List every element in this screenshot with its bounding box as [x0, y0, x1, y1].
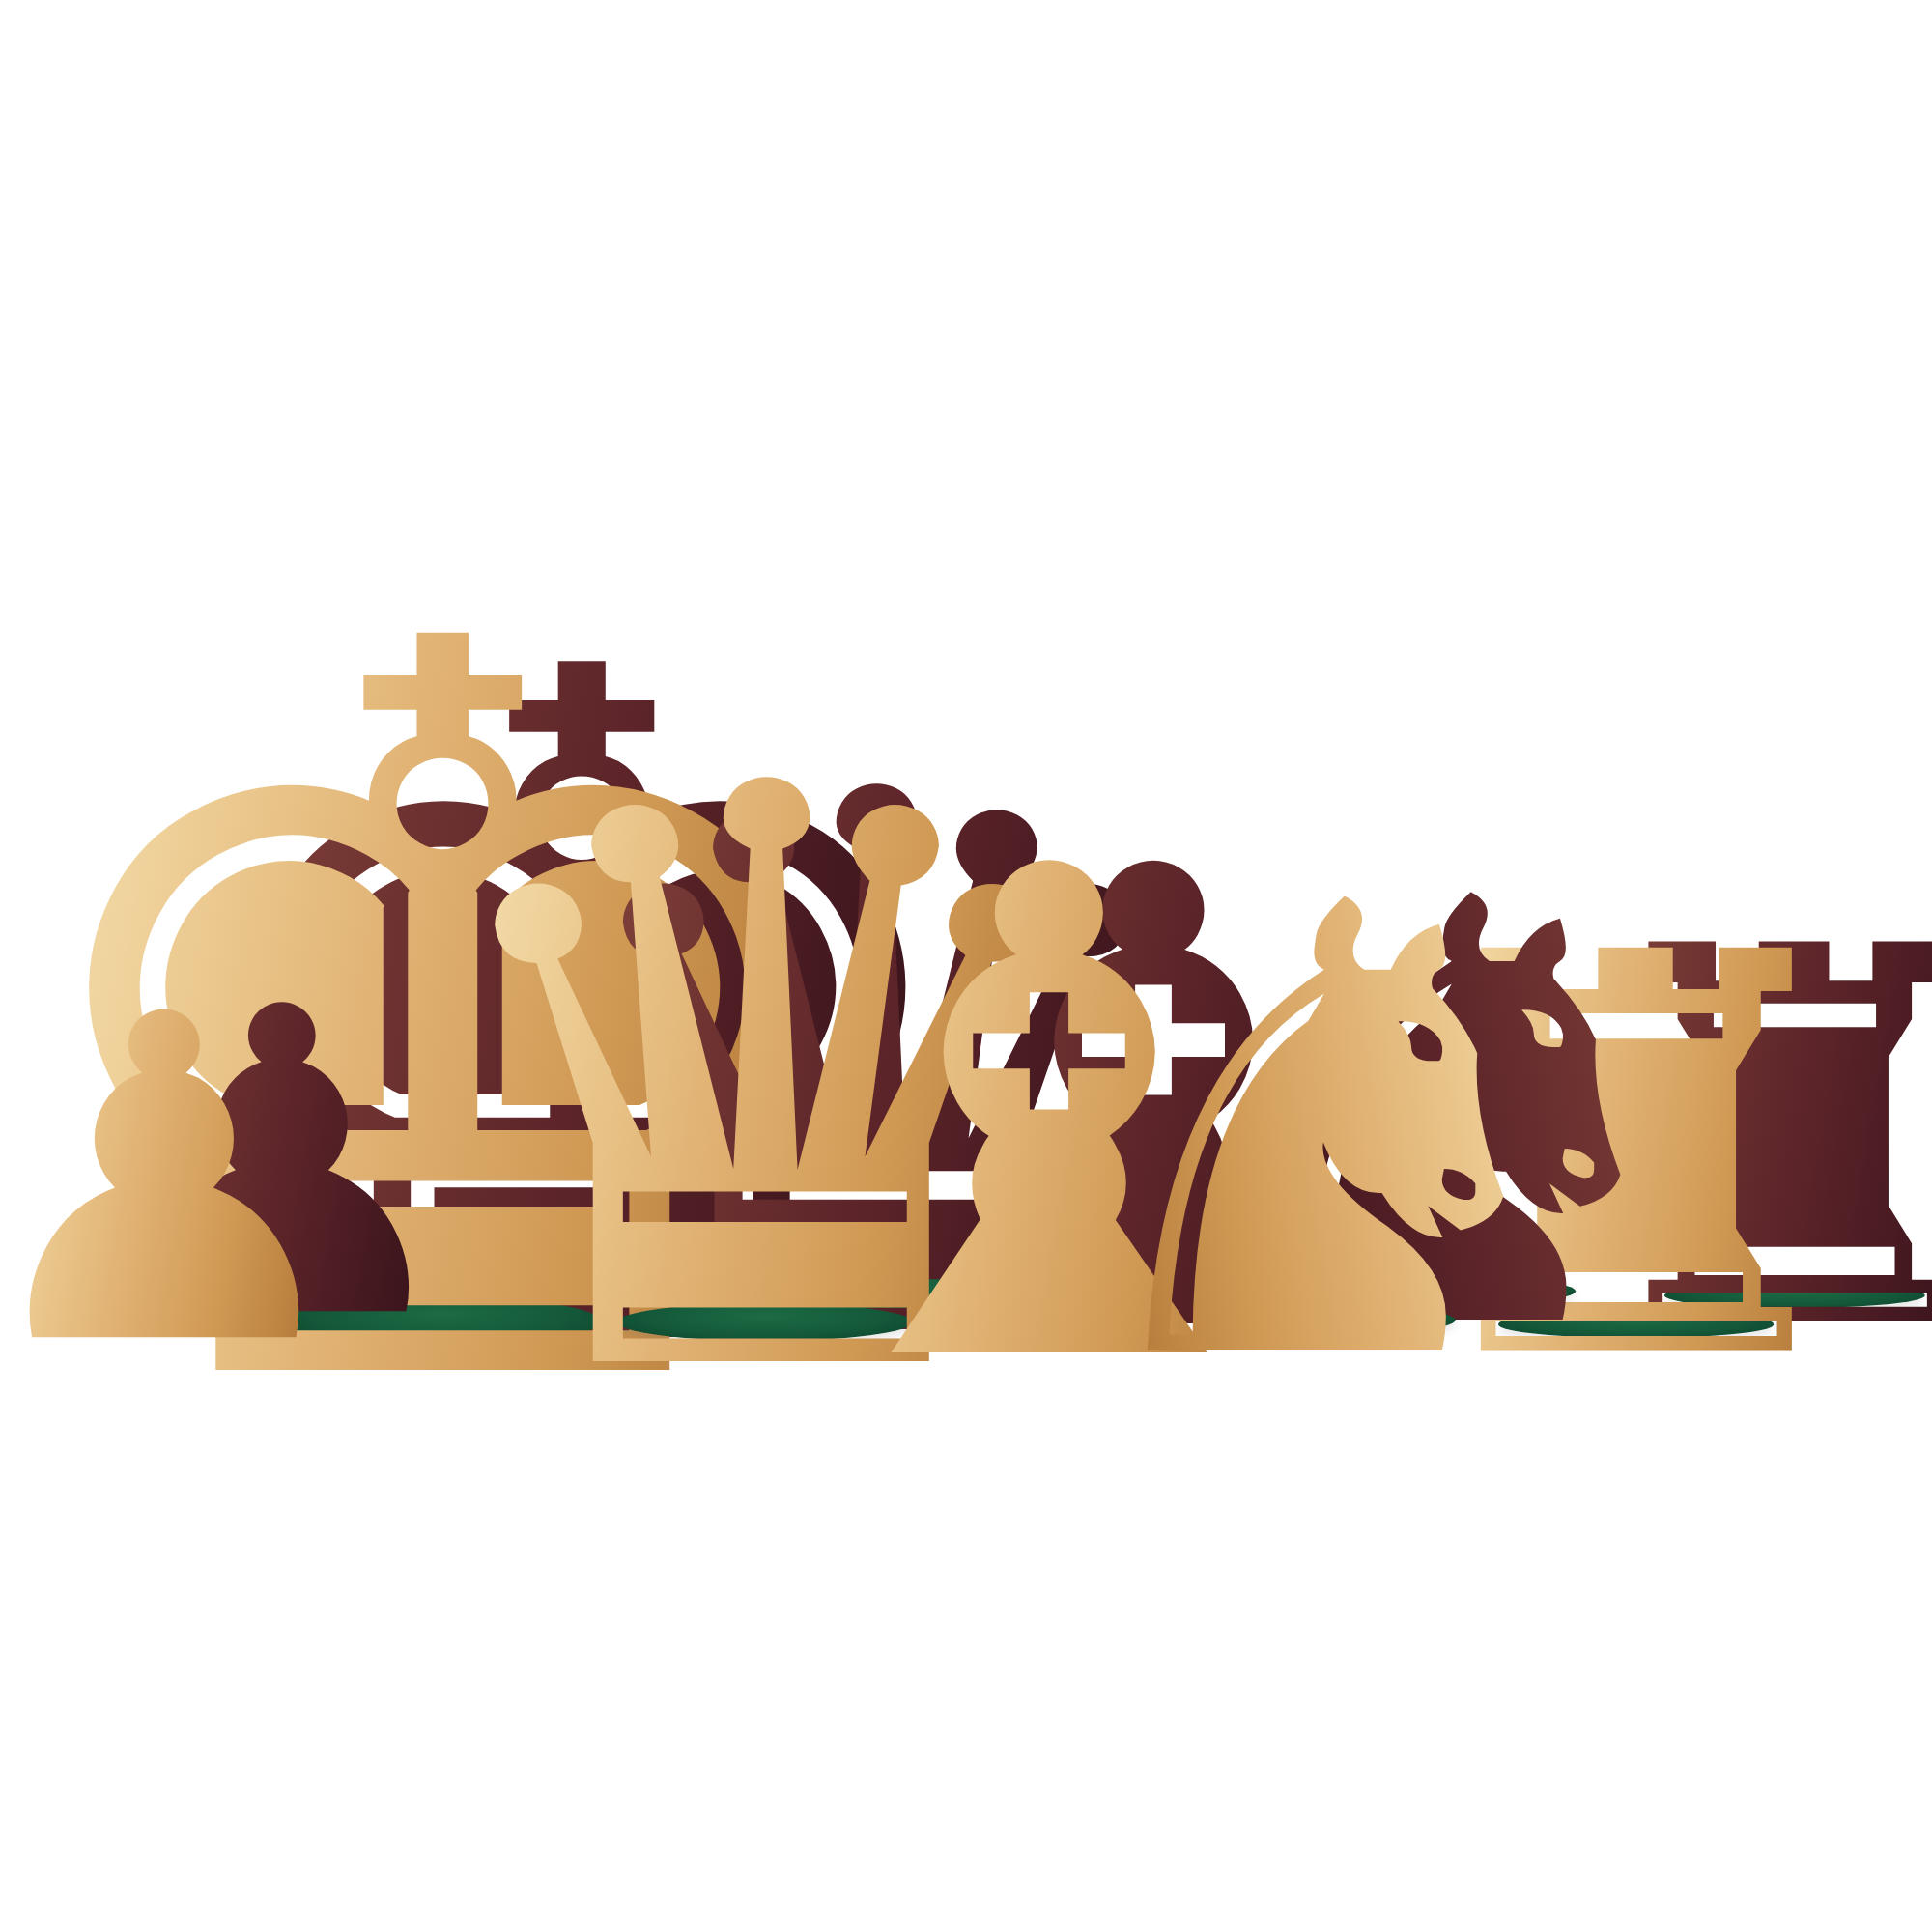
light-knight-glyph: ♞: [1046, 824, 1604, 1446]
piece-light-pawn: ♟: [0, 957, 365, 1406]
light-pawn-glyph: ♟: [0, 957, 365, 1406]
photo-stage: ♟♟♚♚♛♛♝♝♞♞♜♜: [0, 0, 1932, 1932]
piece-light-knight: ♞: [1046, 824, 1604, 1446]
